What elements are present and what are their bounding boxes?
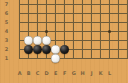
intersection-N5[interactable] (123, 18, 128, 27)
black-stone-C2 (33, 45, 42, 54)
intersection-D4[interactable] (42, 27, 51, 36)
intersection-G6[interactable] (69, 9, 78, 18)
row-label-6: 6 (0, 9, 13, 18)
col-label-A: A (15, 69, 24, 77)
intersection-F6[interactable] (60, 9, 69, 18)
star-point-D4 (45, 30, 48, 33)
col-label-K: K (96, 69, 105, 77)
intersection-G5[interactable] (69, 18, 78, 27)
intersection-A5[interactable] (15, 18, 24, 27)
col-label-F: F (60, 69, 69, 77)
intersection-M4[interactable] (114, 27, 123, 36)
intersection-G2[interactable] (69, 45, 78, 54)
intersection-F2[interactable] (60, 45, 69, 54)
intersection-H6[interactable] (78, 9, 87, 18)
intersection-G3[interactable] (69, 36, 78, 45)
intersection-D2[interactable] (42, 45, 51, 54)
intersection-E2[interactable] (51, 45, 60, 54)
intersection-H1[interactable] (78, 54, 87, 63)
intersection-F1[interactable] (60, 54, 69, 63)
intersection-N7[interactable] (123, 0, 128, 9)
intersection-D7[interactable] (42, 0, 51, 9)
intersection-A4[interactable] (15, 27, 24, 36)
intersection-L6[interactable] (105, 9, 114, 18)
intersection-F5[interactable] (60, 18, 69, 27)
intersection-A1[interactable] (15, 54, 24, 63)
intersection-J5[interactable] (87, 18, 96, 27)
intersection-K5[interactable] (96, 18, 105, 27)
intersection-N1[interactable] (123, 54, 128, 63)
intersection-L4[interactable] (105, 27, 114, 36)
row-label-3: 3 (0, 36, 13, 45)
col-label-C: C (33, 69, 42, 77)
intersection-K1[interactable] (96, 54, 105, 63)
intersection-N3[interactable] (123, 36, 128, 45)
star-point-L4 (108, 30, 111, 33)
intersection-M3[interactable] (114, 36, 123, 45)
intersection-E1[interactable] (51, 54, 60, 63)
intersection-C1[interactable] (33, 54, 42, 63)
intersection-C6[interactable] (33, 9, 42, 18)
intersection-J7[interactable] (87, 0, 96, 9)
intersection-B4[interactable] (24, 27, 33, 36)
intersection-L3[interactable] (105, 36, 114, 45)
intersection-M1[interactable] (114, 54, 123, 63)
intersection-L5[interactable] (105, 18, 114, 27)
intersection-D6[interactable] (42, 9, 51, 18)
row-label-4: 4 (0, 27, 13, 36)
row-label-1: 1 (0, 54, 13, 63)
row-label-7: 7 (0, 0, 13, 9)
intersection-F7[interactable] (60, 0, 69, 9)
intersection-C2[interactable] (33, 45, 42, 54)
col-label-B: B (24, 69, 33, 77)
intersection-F3[interactable] (60, 36, 69, 45)
col-label-E: E (51, 69, 60, 77)
intersection-C4[interactable] (33, 27, 42, 36)
intersection-A3[interactable] (15, 36, 24, 45)
col-label-H: H (78, 69, 87, 77)
intersection-H4[interactable] (78, 27, 87, 36)
intersection-M2[interactable] (114, 45, 123, 54)
intersection-K2[interactable] (96, 45, 105, 54)
intersection-E5[interactable] (51, 18, 60, 27)
intersection-D1[interactable] (42, 54, 51, 63)
intersection-G7[interactable] (69, 0, 78, 9)
intersection-A6[interactable] (15, 9, 24, 18)
white-stone-D3 (42, 36, 51, 45)
col-label-J: J (87, 69, 96, 77)
white-stone-E1 (51, 54, 60, 63)
intersection-K7[interactable] (96, 0, 105, 9)
intersection-L1[interactable] (105, 54, 114, 63)
intersection-N4[interactable] (123, 27, 128, 36)
intersection-D5[interactable] (42, 18, 51, 27)
intersection-K6[interactable] (96, 9, 105, 18)
intersection-N6[interactable] (123, 9, 128, 18)
intersection-L2[interactable] (105, 45, 114, 54)
intersection-B5[interactable] (24, 18, 33, 27)
intersection-J1[interactable] (87, 54, 96, 63)
intersection-A7[interactable] (15, 0, 24, 9)
intersection-H3[interactable] (78, 36, 87, 45)
intersection-B7[interactable] (24, 0, 33, 9)
intersection-C3[interactable] (33, 36, 42, 45)
col-label-G: G (69, 69, 78, 77)
intersection-K3[interactable] (96, 36, 105, 45)
col-label-L: L (105, 69, 114, 77)
intersection-K4[interactable] (96, 27, 105, 36)
intersection-J3[interactable] (87, 36, 96, 45)
white-stone-C3 (33, 36, 42, 45)
intersection-H7[interactable] (78, 0, 87, 9)
intersection-C5[interactable] (33, 18, 42, 27)
black-stone-B2 (24, 45, 33, 54)
intersection-B6[interactable] (24, 9, 33, 18)
row-label-5: 5 (0, 18, 13, 27)
intersection-N2[interactable] (123, 45, 128, 54)
intersection-M5[interactable] (114, 18, 123, 27)
intersection-J2[interactable] (87, 45, 96, 54)
intersection-B1[interactable] (24, 54, 33, 63)
intersection-E6[interactable] (51, 9, 60, 18)
intersection-F4[interactable] (60, 27, 69, 36)
white-stone-E2 (51, 45, 60, 54)
intersection-J4[interactable] (87, 27, 96, 36)
intersection-E4[interactable] (51, 27, 60, 36)
intersection-J6[interactable] (87, 9, 96, 18)
intersection-G1[interactable] (69, 54, 78, 63)
intersection-B2[interactable] (24, 45, 33, 54)
row-label-2: 2 (0, 45, 13, 54)
black-stone-F2 (60, 45, 69, 54)
intersection-G4[interactable] (69, 27, 78, 36)
intersection-M7[interactable] (114, 0, 123, 9)
intersection-B3[interactable] (24, 36, 33, 45)
white-stone-B3 (24, 36, 33, 45)
go-board-screenshot: ABCDEFGHJKL 7654321 (0, 0, 128, 83)
intersection-E3[interactable] (51, 36, 60, 45)
intersection-H5[interactable] (78, 18, 87, 27)
black-stone-D2 (42, 45, 51, 54)
intersection-L7[interactable] (105, 0, 114, 9)
go-board (15, 0, 128, 63)
intersection-E7[interactable] (51, 0, 60, 9)
intersection-A2[interactable] (15, 45, 24, 54)
intersection-H2[interactable] (78, 45, 87, 54)
col-label-D: D (42, 69, 51, 77)
intersection-M6[interactable] (114, 9, 123, 18)
intersection-C7[interactable] (33, 0, 42, 9)
intersection-D3[interactable] (42, 36, 51, 45)
